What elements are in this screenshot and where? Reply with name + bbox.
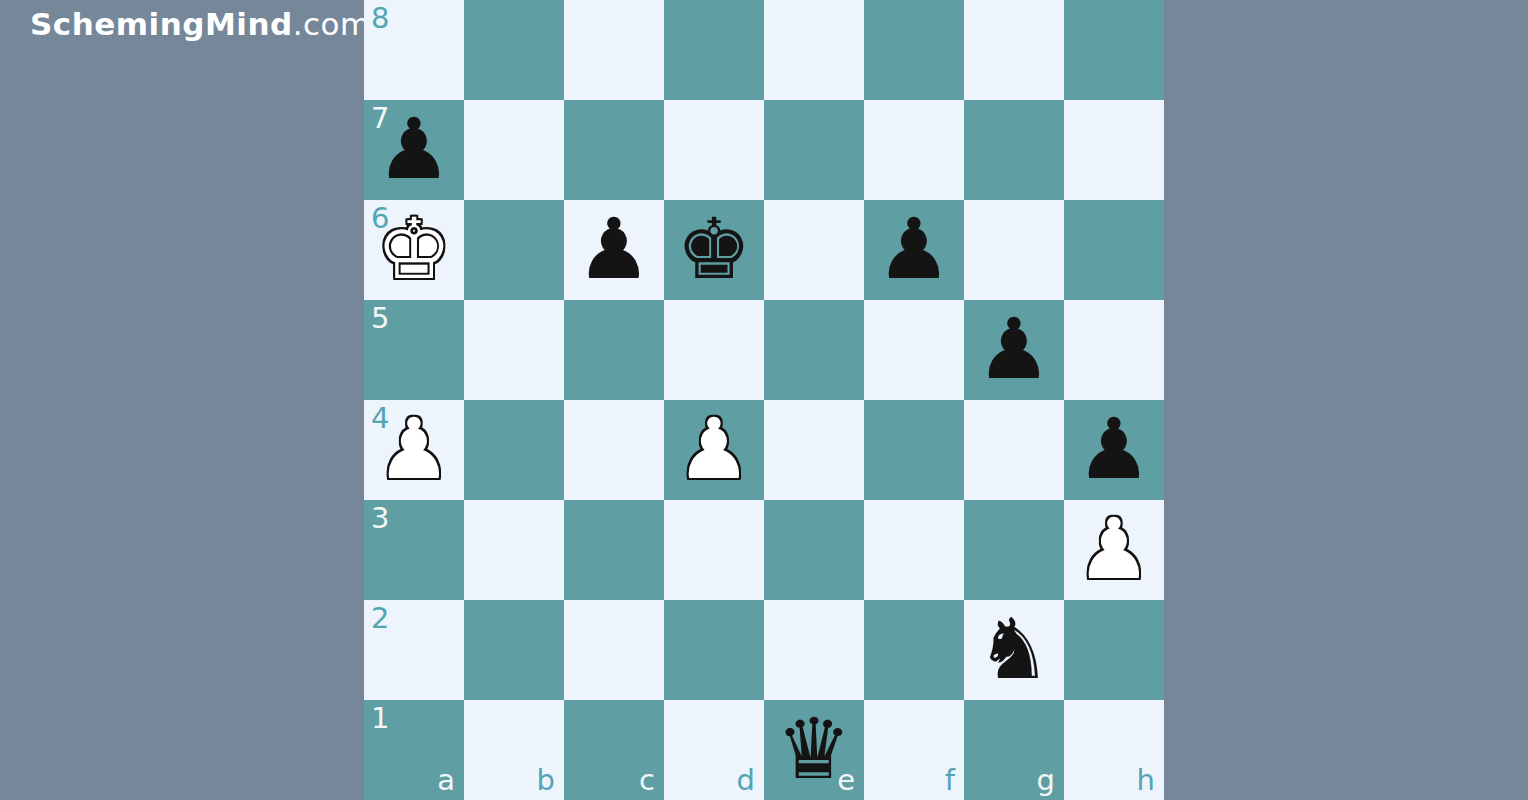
- file-label-c: c: [639, 766, 655, 795]
- square-b5[interactable]: [464, 300, 564, 400]
- piece-black-queen-e1[interactable]: ♛: [764, 700, 864, 800]
- square-h7[interactable]: [1064, 100, 1164, 200]
- file-label-h: h: [1137, 766, 1155, 795]
- file-label-b: b: [537, 766, 555, 795]
- square-e2[interactable]: [764, 600, 864, 700]
- square-f4[interactable]: [864, 400, 964, 500]
- square-e5[interactable]: [764, 300, 864, 400]
- square-b8[interactable]: [464, 0, 564, 100]
- square-h1[interactable]: h: [1064, 700, 1164, 800]
- square-h5[interactable]: [1064, 300, 1164, 400]
- square-g8[interactable]: [964, 0, 1064, 100]
- square-f3[interactable]: [864, 500, 964, 600]
- square-b3[interactable]: [464, 500, 564, 600]
- square-c6[interactable]: ♟: [564, 200, 664, 300]
- square-g1[interactable]: g: [964, 700, 1064, 800]
- square-c5[interactable]: [564, 300, 664, 400]
- square-d1[interactable]: d: [664, 700, 764, 800]
- file-label-d: d: [737, 766, 755, 795]
- square-h2[interactable]: [1064, 600, 1164, 700]
- square-g6[interactable]: [964, 200, 1064, 300]
- square-e1[interactable]: e♛: [764, 700, 864, 800]
- square-d8[interactable]: [664, 0, 764, 100]
- square-f5[interactable]: [864, 300, 964, 400]
- square-d3[interactable]: [664, 500, 764, 600]
- square-b7[interactable]: [464, 100, 564, 200]
- square-a4[interactable]: 4♟: [364, 400, 464, 500]
- rank-label-5: 5: [371, 304, 389, 333]
- piece-black-pawn-f6[interactable]: ♟: [864, 200, 964, 300]
- piece-white-pawn-a4[interactable]: ♟: [364, 400, 464, 500]
- square-c3[interactable]: [564, 500, 664, 600]
- square-a2[interactable]: 2: [364, 600, 464, 700]
- square-b6[interactable]: [464, 200, 564, 300]
- rank-label-1: 1: [371, 704, 389, 733]
- square-a5[interactable]: 5: [364, 300, 464, 400]
- piece-white-king-a6[interactable]: ♚: [364, 200, 464, 300]
- square-d6[interactable]: ♚: [664, 200, 764, 300]
- piece-black-king-d6[interactable]: ♚: [664, 200, 764, 300]
- file-label-f: f: [945, 766, 955, 795]
- square-e7[interactable]: [764, 100, 864, 200]
- piece-white-pawn-d4[interactable]: ♟: [664, 400, 764, 500]
- square-f2[interactable]: [864, 600, 964, 700]
- square-f6[interactable]: ♟: [864, 200, 964, 300]
- square-f7[interactable]: [864, 100, 964, 200]
- square-a3[interactable]: 3: [364, 500, 464, 600]
- file-label-a: a: [437, 766, 455, 795]
- square-b2[interactable]: [464, 600, 564, 700]
- square-c4[interactable]: [564, 400, 664, 500]
- page: SchemingMind.com 87♟6♚♟♚♟5♟4♟♟♟3♟2♞1abcd…: [0, 0, 1528, 800]
- square-a7[interactable]: 7♟: [364, 100, 464, 200]
- file-label-g: g: [1037, 766, 1055, 795]
- piece-black-knight-g2[interactable]: ♞: [964, 600, 1064, 700]
- rank-label-8: 8: [371, 4, 389, 33]
- square-c7[interactable]: [564, 100, 664, 200]
- square-g2[interactable]: ♞: [964, 600, 1064, 700]
- piece-black-pawn-c6[interactable]: ♟: [564, 200, 664, 300]
- square-e4[interactable]: [764, 400, 864, 500]
- square-g4[interactable]: [964, 400, 1064, 500]
- square-h8[interactable]: [1064, 0, 1164, 100]
- square-a8[interactable]: 8: [364, 0, 464, 100]
- rank-label-3: 3: [371, 504, 389, 533]
- square-c8[interactable]: [564, 0, 664, 100]
- square-f1[interactable]: f: [864, 700, 964, 800]
- square-g7[interactable]: [964, 100, 1064, 200]
- square-e6[interactable]: [764, 200, 864, 300]
- site-logo-brand: SchemingMind: [30, 6, 293, 42]
- piece-black-pawn-a7[interactable]: ♟: [364, 100, 464, 200]
- square-e3[interactable]: [764, 500, 864, 600]
- square-h4[interactable]: ♟: [1064, 400, 1164, 500]
- square-e8[interactable]: [764, 0, 864, 100]
- piece-black-pawn-h4[interactable]: ♟: [1064, 400, 1164, 500]
- square-a6[interactable]: 6♚: [364, 200, 464, 300]
- square-f8[interactable]: [864, 0, 964, 100]
- square-h6[interactable]: [1064, 200, 1164, 300]
- piece-black-pawn-g5[interactable]: ♟: [964, 300, 1064, 400]
- square-g3[interactable]: [964, 500, 1064, 600]
- piece-white-pawn-h3[interactable]: ♟: [1064, 500, 1164, 600]
- square-h3[interactable]: ♟: [1064, 500, 1164, 600]
- rank-label-2: 2: [371, 604, 389, 633]
- square-d4[interactable]: ♟: [664, 400, 764, 500]
- chess-board: 87♟6♚♟♚♟5♟4♟♟♟3♟2♞1abcde♛fgh: [364, 0, 1164, 800]
- site-logo[interactable]: SchemingMind.com: [30, 6, 371, 42]
- square-d5[interactable]: [664, 300, 764, 400]
- site-logo-tld: .com: [293, 6, 371, 42]
- square-b4[interactable]: [464, 400, 564, 500]
- square-a1[interactable]: 1a: [364, 700, 464, 800]
- square-g5[interactable]: ♟: [964, 300, 1064, 400]
- square-b1[interactable]: b: [464, 700, 564, 800]
- square-c2[interactable]: [564, 600, 664, 700]
- square-d2[interactable]: [664, 600, 764, 700]
- square-d7[interactable]: [664, 100, 764, 200]
- square-c1[interactable]: c: [564, 700, 664, 800]
